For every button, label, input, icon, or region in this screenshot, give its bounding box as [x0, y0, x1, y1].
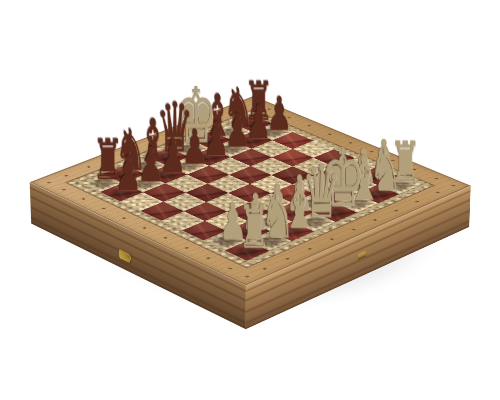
brass-keyhole — [358, 250, 367, 259]
black-pawn-glyph: ♟ — [115, 151, 142, 196]
chess-box-3d: ♜♞♝♛♚♝♞♜♟♟♟♟♟♟♟♟♟♟♟♟♟♟♟♟♜♞♝♛♚♝♞♜ — [30, 96, 471, 286]
product-photo-scene: ♜♞♝♛♚♝♞♜♟♟♟♟♟♟♟♟♟♟♟♟♟♟♟♟♜♞♝♛♚♝♞♜ — [0, 0, 500, 400]
brass-clasp — [119, 249, 130, 264]
white-rook-glyph: ♜ — [238, 200, 271, 254]
